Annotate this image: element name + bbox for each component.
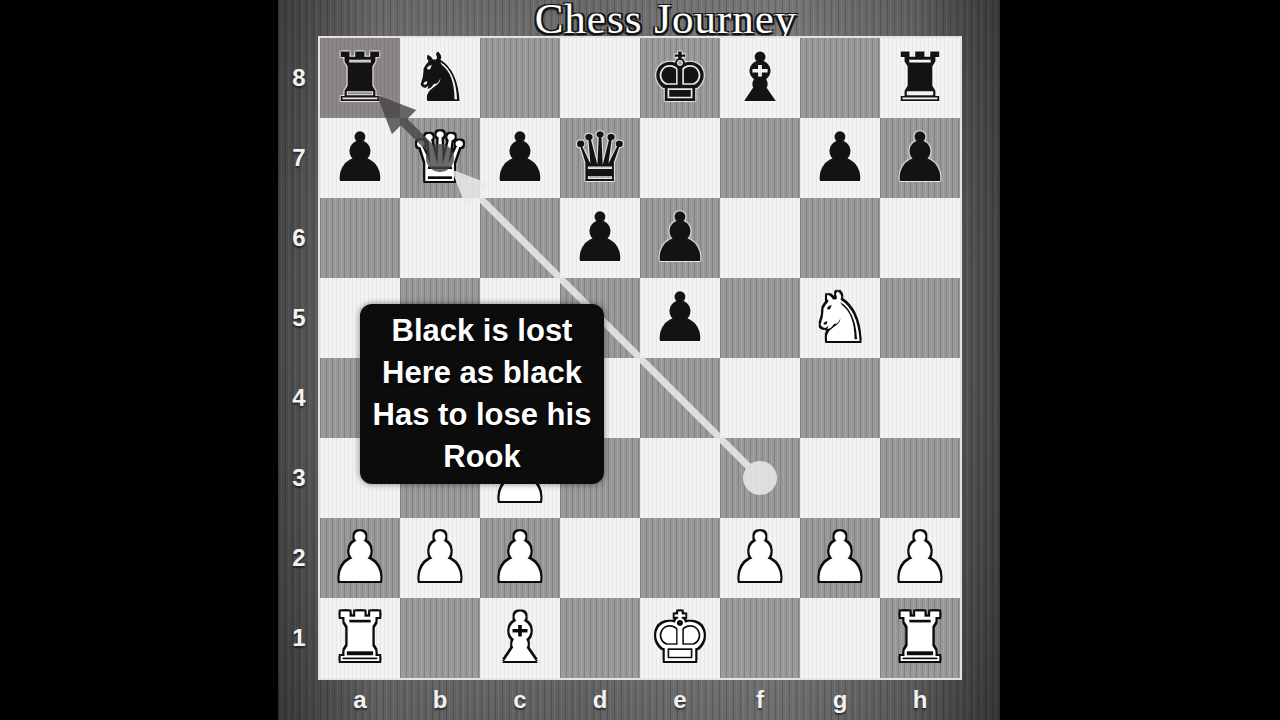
piece-black-pawn-e6[interactable]: ♟ <box>650 198 711 278</box>
square-f3[interactable] <box>720 438 800 518</box>
square-g4[interactable] <box>800 358 880 438</box>
callout-line: Has to lose his <box>373 394 592 436</box>
piece-black-pawn-c7[interactable]: ♟ <box>490 118 551 198</box>
square-e7[interactable] <box>640 118 720 198</box>
square-h6[interactable] <box>880 198 960 278</box>
file-label-g: g <box>800 686 880 714</box>
square-h7[interactable]: ♟ <box>880 118 960 198</box>
square-g1[interactable] <box>800 598 880 678</box>
square-d7[interactable]: ♛ <box>560 118 640 198</box>
square-b1[interactable] <box>400 598 480 678</box>
callout-line: Rook <box>443 436 521 478</box>
video-frame: Chess Journey ♜♞♚♝♜♟♛♟♛♟♟♟♟♟♞♟♟♟♟♟♟♟♜♝♚♜… <box>0 0 1280 720</box>
piece-white-pawn-g2[interactable]: ♟ <box>810 518 871 598</box>
piece-white-king-e1[interactable]: ♚ <box>650 598 711 678</box>
square-d8[interactable] <box>560 38 640 118</box>
piece-black-rook-h8[interactable]: ♜ <box>890 38 951 118</box>
square-h3[interactable] <box>880 438 960 518</box>
square-g6[interactable] <box>800 198 880 278</box>
piece-white-pawn-b2[interactable]: ♟ <box>410 518 471 598</box>
square-f7[interactable] <box>720 118 800 198</box>
rank-label-5: 5 <box>283 304 315 332</box>
channel-title: Chess Journey <box>278 0 1000 43</box>
callout-line: Black is lost <box>392 310 573 352</box>
square-g5[interactable]: ♞ <box>800 278 880 358</box>
square-d6[interactable]: ♟ <box>560 198 640 278</box>
piece-white-bishop-c1[interactable]: ♝ <box>490 598 551 678</box>
piece-white-knight-g5[interactable]: ♞ <box>810 278 871 358</box>
square-e8[interactable]: ♚ <box>640 38 720 118</box>
rank-label-2: 2 <box>283 544 315 572</box>
square-c6[interactable] <box>480 198 560 278</box>
square-b2[interactable]: ♟ <box>400 518 480 598</box>
square-c7[interactable]: ♟ <box>480 118 560 198</box>
square-e2[interactable] <box>640 518 720 598</box>
file-label-d: d <box>560 686 640 714</box>
square-a2[interactable]: ♟ <box>320 518 400 598</box>
square-a6[interactable] <box>320 198 400 278</box>
square-b7[interactable]: ♛ <box>400 118 480 198</box>
square-f8[interactable]: ♝ <box>720 38 800 118</box>
square-e4[interactable] <box>640 358 720 438</box>
piece-black-bishop-f8[interactable]: ♝ <box>730 38 791 118</box>
square-d1[interactable] <box>560 598 640 678</box>
rank-label-1: 1 <box>283 624 315 652</box>
piece-black-queen-d7[interactable]: ♛ <box>570 118 631 198</box>
square-h8[interactable]: ♜ <box>880 38 960 118</box>
piece-white-queen-b7[interactable]: ♛ <box>410 118 471 198</box>
square-e3[interactable] <box>640 438 720 518</box>
rank-label-4: 4 <box>283 384 315 412</box>
annotation-callout: Black is lost Here as black Has to lose … <box>360 304 604 484</box>
file-label-h: h <box>880 686 960 714</box>
piece-white-rook-a1[interactable]: ♜ <box>330 598 391 678</box>
square-e1[interactable]: ♚ <box>640 598 720 678</box>
square-h5[interactable] <box>880 278 960 358</box>
piece-white-rook-h1[interactable]: ♜ <box>890 598 951 678</box>
piece-black-pawn-e5[interactable]: ♟ <box>650 278 711 358</box>
square-d2[interactable] <box>560 518 640 598</box>
square-e5[interactable]: ♟ <box>640 278 720 358</box>
square-c8[interactable] <box>480 38 560 118</box>
file-label-a: a <box>320 686 400 714</box>
square-f4[interactable] <box>720 358 800 438</box>
rank-label-8: 8 <box>283 64 315 92</box>
square-c1[interactable]: ♝ <box>480 598 560 678</box>
file-label-e: e <box>640 686 720 714</box>
rank-label-3: 3 <box>283 464 315 492</box>
square-f2[interactable]: ♟ <box>720 518 800 598</box>
square-b8[interactable]: ♞ <box>400 38 480 118</box>
file-label-b: b <box>400 686 480 714</box>
square-h4[interactable] <box>880 358 960 438</box>
piece-black-knight-b8[interactable]: ♞ <box>410 38 471 118</box>
piece-black-pawn-a7[interactable]: ♟ <box>330 118 391 198</box>
square-a1[interactable]: ♜ <box>320 598 400 678</box>
square-a8[interactable]: ♜ <box>320 38 400 118</box>
file-label-c: c <box>480 686 560 714</box>
piece-black-pawn-g7[interactable]: ♟ <box>810 118 871 198</box>
square-f5[interactable] <box>720 278 800 358</box>
piece-black-king-e8[interactable]: ♚ <box>650 38 711 118</box>
rank-label-6: 6 <box>283 224 315 252</box>
square-g7[interactable]: ♟ <box>800 118 880 198</box>
square-e6[interactable]: ♟ <box>640 198 720 278</box>
piece-white-pawn-c2[interactable]: ♟ <box>490 518 551 598</box>
piece-black-pawn-h7[interactable]: ♟ <box>890 118 951 198</box>
piece-black-pawn-d6[interactable]: ♟ <box>570 198 631 278</box>
square-h1[interactable]: ♜ <box>880 598 960 678</box>
square-f6[interactable] <box>720 198 800 278</box>
square-c2[interactable]: ♟ <box>480 518 560 598</box>
callout-line: Here as black <box>382 352 582 394</box>
square-b6[interactable] <box>400 198 480 278</box>
square-g3[interactable] <box>800 438 880 518</box>
piece-white-pawn-h2[interactable]: ♟ <box>890 518 951 598</box>
file-label-f: f <box>720 686 800 714</box>
piece-black-rook-a8[interactable]: ♜ <box>330 38 391 118</box>
piece-white-pawn-a2[interactable]: ♟ <box>330 518 391 598</box>
square-f1[interactable] <box>720 598 800 678</box>
square-h2[interactable]: ♟ <box>880 518 960 598</box>
rank-label-7: 7 <box>283 144 315 172</box>
square-g2[interactable]: ♟ <box>800 518 880 598</box>
piece-white-pawn-f2[interactable]: ♟ <box>730 518 791 598</box>
square-g8[interactable] <box>800 38 880 118</box>
square-a7[interactable]: ♟ <box>320 118 400 198</box>
